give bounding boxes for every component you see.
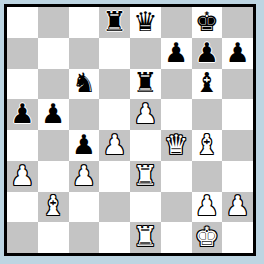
- square-g6[interactable]: ♝: [192, 69, 223, 100]
- square-f4[interactable]: ♛: [161, 130, 192, 161]
- square-e5[interactable]: ♟: [130, 99, 161, 130]
- square-e7[interactable]: [130, 38, 161, 69]
- white-rook-icon[interactable]: ♜: [133, 223, 157, 250]
- black-pawn-icon[interactable]: ♟: [195, 39, 219, 66]
- square-g4[interactable]: ♝: [192, 130, 223, 161]
- square-d7[interactable]: [99, 38, 130, 69]
- square-a3[interactable]: ♟: [7, 161, 38, 192]
- square-g5[interactable]: [192, 99, 223, 130]
- square-d6[interactable]: [99, 69, 130, 100]
- square-a1[interactable]: [7, 222, 38, 253]
- black-pawn-icon[interactable]: ♟: [10, 100, 34, 127]
- black-pawn-icon[interactable]: ♟: [41, 100, 65, 127]
- square-a8[interactable]: [7, 7, 38, 38]
- chess-board: ♜♛♚♟♟♟♞♜♝♟♟♟♟♟♛♝♟♟♜♝♟♟♜♚: [7, 7, 253, 253]
- square-d4[interactable]: ♟: [99, 130, 130, 161]
- square-b5[interactable]: ♟: [38, 99, 69, 130]
- square-h4[interactable]: [222, 130, 253, 161]
- white-rook-icon[interactable]: ♜: [133, 162, 157, 189]
- square-a5[interactable]: ♟: [7, 99, 38, 130]
- square-c3[interactable]: ♟: [69, 161, 100, 192]
- square-f5[interactable]: [161, 99, 192, 130]
- black-knight-icon[interactable]: ♞: [72, 69, 96, 96]
- square-h8[interactable]: [222, 7, 253, 38]
- square-h1[interactable]: [222, 222, 253, 253]
- square-g1[interactable]: ♚: [192, 222, 223, 253]
- square-f8[interactable]: [161, 7, 192, 38]
- black-rook-icon[interactable]: ♜: [103, 8, 127, 35]
- white-pawn-icon[interactable]: ♟: [72, 162, 96, 189]
- square-d1[interactable]: [99, 222, 130, 253]
- white-pawn-icon[interactable]: ♟: [10, 162, 34, 189]
- black-queen-icon[interactable]: ♛: [133, 8, 157, 35]
- black-pawn-icon[interactable]: ♟: [72, 131, 96, 158]
- square-g8[interactable]: ♚: [192, 7, 223, 38]
- square-f1[interactable]: [161, 222, 192, 253]
- square-a7[interactable]: [7, 38, 38, 69]
- square-f7[interactable]: ♟: [161, 38, 192, 69]
- chess-diagram: ♜♛♚♟♟♟♞♜♝♟♟♟♟♟♛♝♟♟♜♝♟♟♜♚: [0, 0, 264, 264]
- black-king-icon[interactable]: ♚: [195, 8, 219, 35]
- white-pawn-icon[interactable]: ♟: [103, 131, 127, 158]
- white-pawn-icon[interactable]: ♟: [133, 100, 157, 127]
- square-c2[interactable]: [69, 192, 100, 223]
- square-g3[interactable]: [192, 161, 223, 192]
- square-e4[interactable]: [130, 130, 161, 161]
- white-bishop-icon[interactable]: ♝: [41, 192, 65, 219]
- square-g7[interactable]: ♟: [192, 38, 223, 69]
- square-f3[interactable]: [161, 161, 192, 192]
- square-c4[interactable]: ♟: [69, 130, 100, 161]
- white-pawn-icon[interactable]: ♟: [195, 192, 219, 219]
- square-e1[interactable]: ♜: [130, 222, 161, 253]
- square-d8[interactable]: ♜: [99, 7, 130, 38]
- square-c6[interactable]: ♞: [69, 69, 100, 100]
- square-d2[interactable]: [99, 192, 130, 223]
- square-b1[interactable]: [38, 222, 69, 253]
- square-d3[interactable]: [99, 161, 130, 192]
- square-h3[interactable]: [222, 161, 253, 192]
- white-queen-icon[interactable]: ♛: [164, 131, 188, 158]
- square-c8[interactable]: [69, 7, 100, 38]
- black-rook-icon[interactable]: ♜: [133, 69, 157, 96]
- square-f2[interactable]: [161, 192, 192, 223]
- black-bishop-icon[interactable]: ♝: [195, 69, 219, 96]
- square-g2[interactable]: ♟: [192, 192, 223, 223]
- square-b7[interactable]: [38, 38, 69, 69]
- black-pawn-icon[interactable]: ♟: [164, 39, 188, 66]
- black-pawn-icon[interactable]: ♟: [226, 39, 250, 66]
- square-b2[interactable]: ♝: [38, 192, 69, 223]
- square-a6[interactable]: [7, 69, 38, 100]
- white-bishop-icon[interactable]: ♝: [195, 131, 219, 158]
- square-a4[interactable]: [7, 130, 38, 161]
- square-e8[interactable]: ♛: [130, 7, 161, 38]
- white-pawn-icon[interactable]: ♟: [226, 192, 250, 219]
- square-b3[interactable]: [38, 161, 69, 192]
- square-h6[interactable]: [222, 69, 253, 100]
- square-b6[interactable]: [38, 69, 69, 100]
- square-e2[interactable]: [130, 192, 161, 223]
- square-c5[interactable]: [69, 99, 100, 130]
- square-h2[interactable]: ♟: [222, 192, 253, 223]
- white-king-icon[interactable]: ♚: [195, 223, 219, 250]
- square-c7[interactable]: [69, 38, 100, 69]
- square-b4[interactable]: [38, 130, 69, 161]
- square-d5[interactable]: [99, 99, 130, 130]
- square-f6[interactable]: [161, 69, 192, 100]
- square-e6[interactable]: ♜: [130, 69, 161, 100]
- board-frame: ♜♛♚♟♟♟♞♜♝♟♟♟♟♟♛♝♟♟♜♝♟♟♜♚: [4, 4, 256, 256]
- square-h7[interactable]: ♟: [222, 38, 253, 69]
- square-e3[interactable]: ♜: [130, 161, 161, 192]
- square-h5[interactable]: [222, 99, 253, 130]
- square-a2[interactable]: [7, 192, 38, 223]
- square-c1[interactable]: [69, 222, 100, 253]
- square-b8[interactable]: [38, 7, 69, 38]
